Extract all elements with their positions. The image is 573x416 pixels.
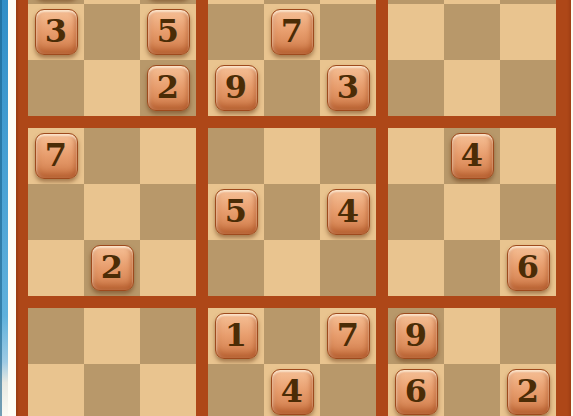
tile-digit: 6 <box>405 375 427 407</box>
tile-r6c2[interactable]: 2 <box>91 245 134 291</box>
cell-r6c4[interactable] <box>208 240 264 296</box>
cell-r5c9[interactable] <box>500 184 556 240</box>
cell-r8c2[interactable] <box>84 364 140 416</box>
cell-r5c5[interactable] <box>264 184 320 240</box>
tile-r3c3[interactable]: 2 <box>147 65 190 111</box>
tile-digit: 7 <box>45 139 67 171</box>
cell-r7c2[interactable] <box>84 308 140 364</box>
cell-r5c2[interactable] <box>84 184 140 240</box>
cell-r3c5[interactable] <box>264 60 320 116</box>
cell-r4c1[interactable]: 7 <box>28 128 84 184</box>
cell-r4c6[interactable] <box>320 128 376 184</box>
cell-r7c5[interactable] <box>264 308 320 364</box>
tile-r4c1[interactable]: 7 <box>35 133 78 179</box>
tile-digit: 3 <box>45 15 67 47</box>
cell-r2c4[interactable] <box>208 4 264 60</box>
tile-r7c7[interactable]: 9 <box>395 313 438 359</box>
cell-r3c2[interactable] <box>84 60 140 116</box>
cell-r4c2[interactable] <box>84 128 140 184</box>
cell-r4c3[interactable] <box>140 128 196 184</box>
cell-r3c1[interactable] <box>28 60 84 116</box>
cell-r5c1[interactable] <box>28 184 84 240</box>
cell-r6c8[interactable] <box>444 240 500 296</box>
tile-digit: 2 <box>101 251 123 283</box>
cell-r7c8[interactable] <box>444 308 500 364</box>
cell-r7c1[interactable] <box>28 308 84 364</box>
tile-r7c4[interactable]: 1 <box>215 313 258 359</box>
tile-r8c5[interactable]: 4 <box>271 369 314 415</box>
tile-digit: 5 <box>157 15 179 47</box>
cell-r7c9[interactable] <box>500 308 556 364</box>
cell-r8c8[interactable] <box>444 364 500 416</box>
tile-r2c3[interactable]: 5 <box>147 9 190 55</box>
cell-r7c7[interactable]: 9 <box>388 308 444 364</box>
cell-r8c1[interactable] <box>28 364 84 416</box>
cell-r4c8[interactable]: 4 <box>444 128 500 184</box>
window-left-edge-gap <box>8 0 16 416</box>
tile-digit: 2 <box>157 71 179 103</box>
tile-r3c4[interactable]: 9 <box>215 65 258 111</box>
cell-r3c6[interactable]: 3 <box>320 60 376 116</box>
cell-r5c4[interactable]: 5 <box>208 184 264 240</box>
tile-r2c5[interactable]: 7 <box>271 9 314 55</box>
cell-r2c1[interactable]: 3 <box>28 4 84 60</box>
cell-r8c6[interactable] <box>320 364 376 416</box>
cell-r5c6[interactable]: 4 <box>320 184 376 240</box>
tile-r3c6[interactable]: 3 <box>327 65 370 111</box>
tile-digit: 3 <box>337 71 359 103</box>
cell-r5c8[interactable] <box>444 184 500 240</box>
tile-r8c9[interactable]: 2 <box>507 369 550 415</box>
tile-digit: 1 <box>225 319 247 351</box>
tile-digit: 9 <box>405 319 427 351</box>
tile-digit: 4 <box>281 375 303 407</box>
cell-r6c1[interactable] <box>28 240 84 296</box>
cell-r3c4[interactable]: 9 <box>208 60 264 116</box>
cell-r7c6[interactable]: 7 <box>320 308 376 364</box>
cell-r6c6[interactable] <box>320 240 376 296</box>
tile-r6c9[interactable]: 6 <box>507 245 550 291</box>
cell-r2c9[interactable] <box>500 4 556 60</box>
cell-r6c3[interactable] <box>140 240 196 296</box>
cell-r8c9[interactable]: 2 <box>500 364 556 416</box>
cell-r7c4[interactable]: 1 <box>208 308 264 364</box>
sudoku-board: 357293745426179462 <box>16 0 571 416</box>
cell-r4c4[interactable] <box>208 128 264 184</box>
cell-r4c7[interactable] <box>388 128 444 184</box>
tile-digit: 5 <box>225 195 247 227</box>
window-left-edge-bar <box>0 0 8 416</box>
cell-r8c7[interactable]: 6 <box>388 364 444 416</box>
cell-r2c3[interactable]: 5 <box>140 4 196 60</box>
cell-r8c5[interactable]: 4 <box>264 364 320 416</box>
cell-r2c2[interactable] <box>84 4 140 60</box>
cell-r2c7[interactable] <box>388 4 444 60</box>
cell-r2c5[interactable]: 7 <box>264 4 320 60</box>
cell-r7c3[interactable] <box>140 308 196 364</box>
cell-r6c2[interactable]: 2 <box>84 240 140 296</box>
cell-r8c3[interactable] <box>140 364 196 416</box>
cell-r3c7[interactable] <box>388 60 444 116</box>
tile-r5c4[interactable]: 5 <box>215 189 258 235</box>
cell-r6c9[interactable]: 6 <box>500 240 556 296</box>
cell-r6c7[interactable] <box>388 240 444 296</box>
tile-digit: 6 <box>517 251 539 283</box>
cell-r3c3[interactable]: 2 <box>140 60 196 116</box>
tile-r5c6[interactable]: 4 <box>327 189 370 235</box>
cell-r2c6[interactable] <box>320 4 376 60</box>
tile-r8c7[interactable]: 6 <box>395 369 438 415</box>
tile-digit: 2 <box>517 375 539 407</box>
tile-digit: 9 <box>225 71 247 103</box>
cell-r5c3[interactable] <box>140 184 196 240</box>
tile-digit: 7 <box>337 319 359 351</box>
tile-digit: 4 <box>337 195 359 227</box>
cell-r3c8[interactable] <box>444 60 500 116</box>
tile-digit: 4 <box>461 139 483 171</box>
tile-r4c8[interactable]: 4 <box>451 133 494 179</box>
tile-r7c6[interactable]: 7 <box>327 313 370 359</box>
tile-digit: 7 <box>281 15 303 47</box>
tile-r2c1[interactable]: 3 <box>35 9 78 55</box>
cell-r2c8[interactable] <box>444 4 500 60</box>
game-screenshot-viewport: 357293745426179462 <box>0 0 573 416</box>
cell-r4c9[interactable] <box>500 128 556 184</box>
cell-r8c4[interactable] <box>208 364 264 416</box>
cell-r4c5[interactable] <box>264 128 320 184</box>
cell-r6c5[interactable] <box>264 240 320 296</box>
cell-r3c9[interactable] <box>500 60 556 116</box>
cell-r5c7[interactable] <box>388 184 444 240</box>
